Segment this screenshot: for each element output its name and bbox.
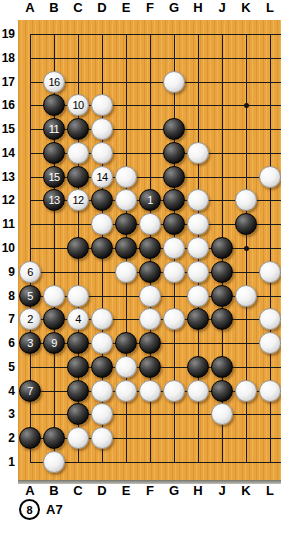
row-label-9: 9: [0, 265, 15, 279]
col-label-top-K: K: [237, 1, 255, 15]
col-label-top-C: C: [69, 1, 87, 15]
caption-move-number: 8: [26, 504, 32, 516]
col-label-bottom-K: K: [237, 484, 255, 498]
row-label-16: 16: [0, 98, 15, 112]
row-label-6: 6: [0, 336, 15, 350]
col-label-bottom-H: H: [189, 484, 207, 498]
row-label-18: 18: [0, 51, 15, 65]
col-label-bottom-F: F: [141, 484, 159, 498]
caption-coordinate: A7: [46, 502, 63, 517]
row-label-11: 11: [0, 217, 15, 231]
row-label-8: 8: [0, 289, 15, 303]
white-move-8-stone-symbol: 8: [19, 499, 40, 520]
row-label-14: 14: [0, 146, 15, 160]
row-label-15: 15: [0, 122, 15, 136]
row-label-5: 5: [0, 360, 15, 374]
col-label-bottom-L: L: [261, 484, 279, 498]
row-label-17: 17: [0, 75, 15, 89]
row-label-7: 7: [0, 312, 15, 326]
col-label-bottom-C: C: [69, 484, 87, 498]
row-label-4: 4: [0, 384, 15, 398]
coordinate-labels-layer: AABBCCDDEEFFGGHHJJKKLL191817161514131211…: [0, 0, 281, 537]
col-label-top-J: J: [213, 1, 231, 15]
col-label-bottom-J: J: [213, 484, 231, 498]
col-label-top-D: D: [93, 1, 111, 15]
col-label-top-E: E: [117, 1, 135, 15]
col-label-top-G: G: [165, 1, 183, 15]
row-label-10: 10: [0, 241, 15, 255]
col-label-bottom-A: A: [21, 484, 39, 498]
row-label-13: 13: [0, 170, 15, 184]
col-label-top-A: A: [21, 1, 39, 15]
row-label-12: 12: [0, 193, 15, 207]
row-label-3: 3: [0, 407, 15, 421]
row-label-2: 2: [0, 431, 15, 445]
col-label-bottom-B: B: [45, 484, 63, 498]
col-label-top-H: H: [189, 1, 207, 15]
col-label-top-F: F: [141, 1, 159, 15]
col-label-top-L: L: [261, 1, 279, 15]
row-label-19: 19: [0, 27, 15, 41]
row-label-1: 1: [0, 455, 15, 469]
col-label-top-B: B: [45, 1, 63, 15]
col-label-bottom-E: E: [117, 484, 135, 498]
col-label-bottom-D: D: [93, 484, 111, 498]
go-diagram: 1610111514131216524397 AABBCCDDEEFFGGHHJ…: [0, 0, 281, 537]
col-label-bottom-G: G: [165, 484, 183, 498]
